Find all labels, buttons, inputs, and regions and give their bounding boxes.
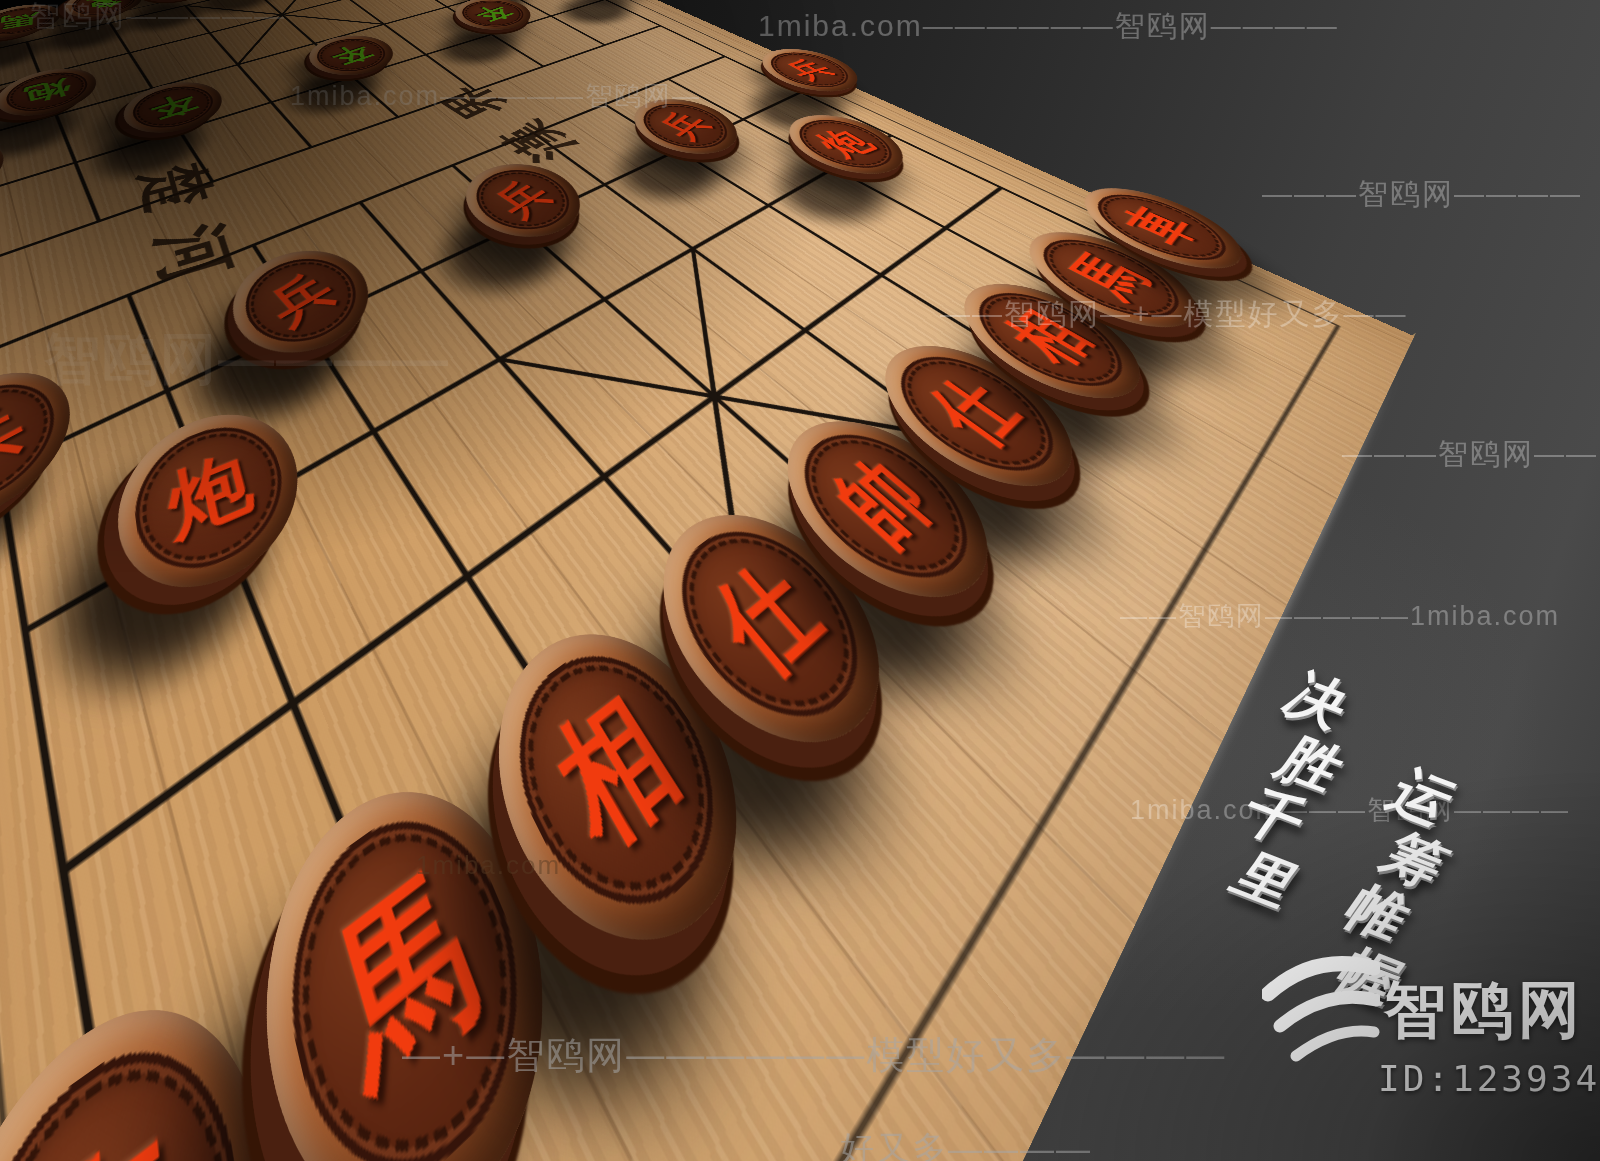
- piece-black-cannon[interactable]: 炮: [0, 82, 117, 154]
- slogan-col-yunchou-weiwo: 运筹帷幄: [1314, 755, 1470, 1012]
- piece-black-soldier[interactable]: 卒: [294, 49, 412, 110]
- board-surface[interactable]: 楚河 漢界 車馬象士將士象馬車炮炮卒卒卒卒卒兵兵兵兵兵炮炮車馬相仕帥仕相馬車: [0, 0, 1414, 1161]
- piece-red-soldier[interactable]: 兵: [438, 175, 604, 285]
- piece-black-soldier[interactable]: 卒: [437, 11, 547, 60]
- gull-logo-icon: [1262, 950, 1380, 1070]
- slogan-character: 里: [1225, 839, 1299, 917]
- slogan-character: 千: [1232, 775, 1321, 859]
- slogan-character: 运: [1381, 755, 1470, 839]
- piece-shadow: [414, 20, 543, 77]
- brand-name: 智鸥网: [1384, 968, 1585, 1052]
- piece-red-cannon[interactable]: 炮: [755, 127, 916, 216]
- slogan-character: 幄: [1329, 935, 1403, 1013]
- piece-character: 車: [0, 989, 273, 1161]
- slogan-character: 帷: [1336, 871, 1425, 955]
- slogan-character: 决: [1277, 659, 1366, 743]
- piece-shadow: [537, 0, 655, 34]
- xiangqi-board: 楚河 漢界 車馬象士將士象馬車炮炮卒卒卒卒卒兵兵兵兵兵炮炮車馬相仕帥仕相馬車: [0, 0, 1414, 1161]
- piece-red-soldier[interactable]: 兵: [0, 372, 106, 598]
- scene: 楚河 漢界 車馬象士將士象馬車炮炮卒卒卒卒卒兵兵兵兵兵炮炮車馬相仕帥仕相馬車 1…: [0, 0, 1600, 1161]
- watermark-text: 1miba.com——————智鸥网————: [758, 6, 1339, 47]
- piece-red-soldier[interactable]: 兵: [215, 258, 400, 411]
- watermark-text: ———智鸥网——: [1342, 434, 1598, 475]
- piece-character: 卒: [450, 0, 536, 32]
- slogan-character: 筹: [1373, 819, 1447, 897]
- watermark-text: ———智鸥网————: [1262, 174, 1582, 215]
- piece-black-soldier[interactable]: 卒: [117, 95, 244, 172]
- piece-black-general[interactable]: 將: [209, 0, 301, 10]
- piece-red-cannon[interactable]: 炮: [106, 411, 339, 666]
- piece-black-soldier[interactable]: 卒: [554, 0, 657, 21]
- slogan-character: 胜: [1269, 723, 1343, 801]
- brand-id: ID:1239343: [1378, 1058, 1600, 1099]
